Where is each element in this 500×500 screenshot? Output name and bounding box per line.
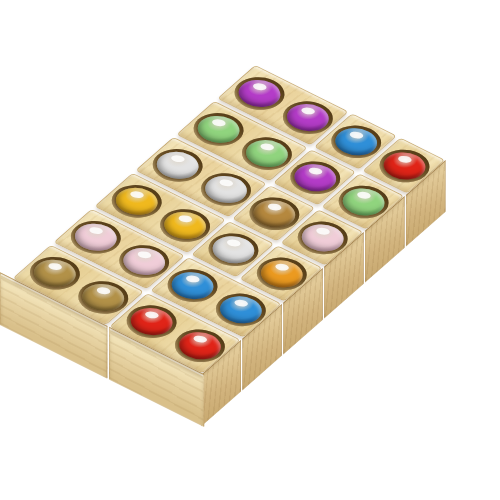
gem-clear: [149, 146, 207, 184]
gem-purple: [279, 99, 337, 137]
product-photo: [0, 0, 500, 500]
gem-green: [190, 110, 248, 148]
gem-purple: [286, 159, 344, 197]
gem-clear: [197, 171, 255, 209]
gem-brown: [26, 254, 84, 292]
gem-clear: [204, 231, 262, 269]
gem-pink: [67, 218, 125, 256]
gem-yellow: [108, 182, 166, 220]
gem-red: [123, 303, 181, 341]
gem-purple: [230, 74, 288, 112]
gem-yellow: [156, 207, 214, 245]
gem-brown: [74, 278, 132, 316]
gem-block-stack: [9, 63, 448, 375]
gem-blue: [327, 123, 385, 161]
gem-green: [238, 135, 296, 173]
gem-pink: [115, 242, 173, 280]
gem-amber: [245, 195, 303, 233]
gem-blue: [164, 267, 222, 305]
